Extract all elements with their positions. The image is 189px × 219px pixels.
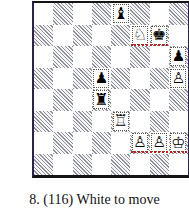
square-g5 <box>150 68 169 90</box>
square-a5 <box>34 68 53 90</box>
square-a4 <box>34 89 53 111</box>
square-c8 <box>73 3 92 25</box>
square-g3 <box>150 111 169 133</box>
square-b7 <box>53 25 72 47</box>
square-d6 <box>92 46 111 68</box>
square-d4: ♜ <box>92 89 111 111</box>
piece-white-pawn-h5: ♙ <box>170 69 186 88</box>
square-h5: ♙ <box>169 68 188 90</box>
square-e1 <box>111 154 130 176</box>
square-a6 <box>34 46 53 68</box>
piece-white-pawn-g2: ♙ <box>151 133 167 152</box>
piece-black-king-g7: ♚ <box>151 26 167 45</box>
piece-white-rook-e3: ♖ <box>113 112 129 131</box>
square-a1 <box>34 154 53 176</box>
square-b6 <box>53 46 72 68</box>
square-c5 <box>73 68 92 90</box>
square-c2 <box>73 132 92 154</box>
square-a3 <box>34 111 53 133</box>
square-a8 <box>34 3 53 25</box>
piece-black-pawn-d5: ♟ <box>93 69 109 88</box>
square-f6 <box>130 46 149 68</box>
square-e3: ♖ <box>111 111 130 133</box>
square-g8 <box>150 3 169 25</box>
square-d2 <box>92 132 111 154</box>
square-c7 <box>73 25 92 47</box>
square-b2 <box>53 132 72 154</box>
square-c3 <box>73 111 92 133</box>
diagram-caption: 8. (116) White to move <box>0 192 189 208</box>
square-d7 <box>92 25 111 47</box>
square-h1 <box>169 154 188 176</box>
square-e7 <box>111 25 130 47</box>
piece-black-rook-d4: ♜ <box>93 90 109 109</box>
red-underline-f2-h2 <box>131 151 187 153</box>
square-e2 <box>111 132 130 154</box>
board-frame: ♝♘♚♟♟♙♜♖♙♙♔ <box>32 1 189 178</box>
square-h3 <box>169 111 188 133</box>
square-d8 <box>92 3 111 25</box>
square-f8 <box>130 3 149 25</box>
square-b4 <box>53 89 72 111</box>
square-b1 <box>53 154 72 176</box>
square-e8: ♝ <box>111 3 130 25</box>
square-c6 <box>73 46 92 68</box>
page: ♝♘♚♟♟♙♜♖♙♙♔ 8. (116) White to move <box>0 0 189 219</box>
piece-black-bishop-e8: ♝ <box>113 4 129 23</box>
square-a2 <box>34 132 53 154</box>
red-underline-f7-g7 <box>131 44 168 46</box>
square-g1 <box>150 154 169 176</box>
square-f4 <box>130 89 149 111</box>
square-e6 <box>111 46 130 68</box>
square-c1 <box>73 154 92 176</box>
square-b5 <box>53 68 72 90</box>
square-e5 <box>111 68 130 90</box>
piece-white-knight-f7: ♘ <box>132 26 148 45</box>
square-g6 <box>150 46 169 68</box>
square-a7 <box>34 25 53 47</box>
piece-white-pawn-f2: ♙ <box>132 133 148 152</box>
square-c4 <box>73 89 92 111</box>
square-f3 <box>130 111 149 133</box>
piece-white-king-h2: ♔ <box>170 133 186 152</box>
square-h6: ♟ <box>169 46 188 68</box>
square-b3 <box>53 111 72 133</box>
square-g4 <box>150 89 169 111</box>
square-h4 <box>169 89 188 111</box>
square-d1 <box>92 154 111 176</box>
square-b8 <box>53 3 72 25</box>
piece-black-pawn-h6: ♟ <box>170 47 186 66</box>
square-d3 <box>92 111 111 133</box>
square-f5 <box>130 68 149 90</box>
square-d5: ♟ <box>92 68 111 90</box>
square-f1 <box>130 154 149 176</box>
chess-board: ♝♘♚♟♟♙♜♖♙♙♔ <box>34 3 188 175</box>
square-e4 <box>111 89 130 111</box>
square-h8 <box>169 3 188 25</box>
square-h7 <box>169 25 188 47</box>
